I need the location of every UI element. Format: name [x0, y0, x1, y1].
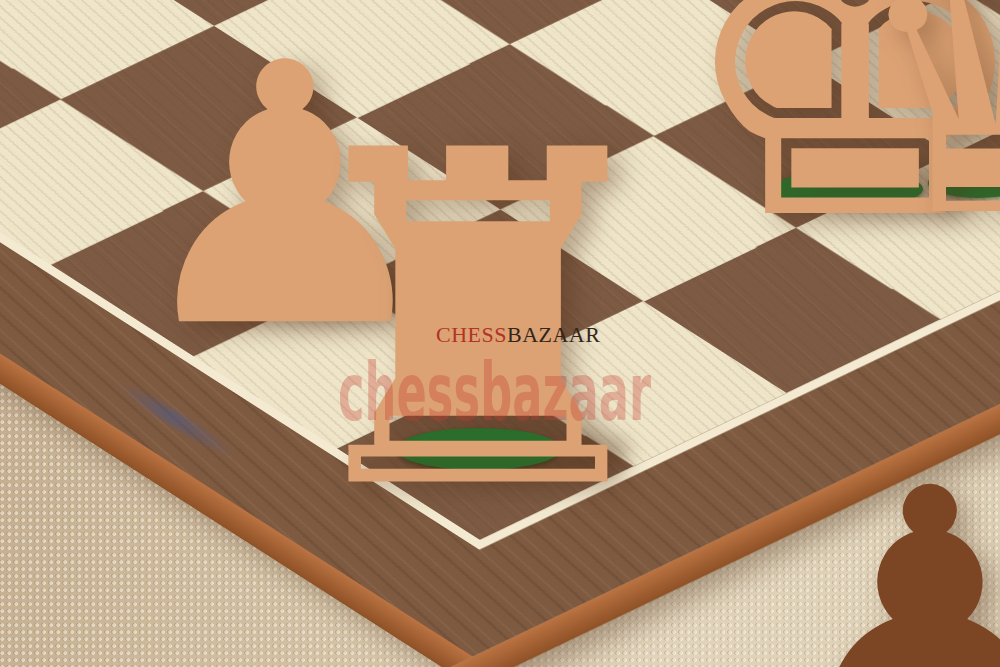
- partial-light-piece: ♛: [849, 0, 1000, 267]
- partial-piece-glyph: ♛: [849, 0, 1000, 267]
- large-watermark: chessbazaar: [338, 346, 651, 439]
- dark-pawn-piece: ♟: [778, 444, 1000, 667]
- dark-pawn-glyph: ♟: [778, 444, 1000, 667]
- chess-product-photo: ♟ ♜ ♚ ♛ ♟ chessbazaar CHESSBAZAAR: [0, 0, 1000, 667]
- brand-watermark-chess: CHESS: [436, 322, 507, 347]
- brand-watermark-bazaar: BAZAAR: [507, 322, 600, 347]
- brand-watermark: CHESSBAZAAR: [436, 322, 600, 348]
